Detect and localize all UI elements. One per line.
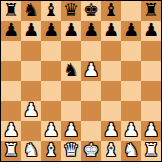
square-g6[interactable] <box>121 41 141 61</box>
piece-black-bishop[interactable]: ♝ <box>43 1 59 20</box>
square-d8[interactable]: ♛ <box>61 1 81 21</box>
piece-black-bishop[interactable]: ♝ <box>103 1 119 20</box>
square-h1[interactable]: ♜ <box>141 141 161 161</box>
square-h8[interactable]: ♜ <box>141 1 161 21</box>
square-a6[interactable] <box>1 41 21 61</box>
piece-black-pawn[interactable]: ♟ <box>3 21 19 40</box>
square-f7[interactable]: ♟ <box>101 21 121 41</box>
square-b5[interactable] <box>21 61 41 81</box>
piece-white-bishop[interactable]: ♝ <box>103 141 119 160</box>
square-b8[interactable]: ♞ <box>21 1 41 21</box>
square-c7[interactable]: ♟ <box>41 21 61 41</box>
square-a2[interactable]: ♟ <box>1 121 21 141</box>
piece-black-pawn[interactable]: ♟ <box>123 21 139 40</box>
square-d3[interactable] <box>61 101 81 121</box>
square-a5[interactable] <box>1 61 21 81</box>
square-a7[interactable]: ♟ <box>1 21 21 41</box>
square-f4[interactable] <box>101 81 121 101</box>
square-b2[interactable] <box>21 121 41 141</box>
piece-black-pawn[interactable]: ♟ <box>143 21 159 40</box>
square-b1[interactable]: ♞ <box>21 141 41 161</box>
square-d1[interactable]: ♛ <box>61 141 81 161</box>
square-e6[interactable] <box>81 41 101 61</box>
square-b3[interactable]: ♟ <box>21 101 41 121</box>
square-h6[interactable] <box>141 41 161 61</box>
chess-board: ♜♞♝♛♚♝♜♟♟♟♟♟♟♟♟♞♟♟♟♟♟♟♟♟♜♞♝♛♚♝♞♜ <box>0 0 162 162</box>
square-g2[interactable]: ♟ <box>121 121 141 141</box>
piece-black-pawn[interactable]: ♟ <box>63 21 79 40</box>
piece-black-pawn[interactable]: ♟ <box>43 21 59 40</box>
piece-black-rook[interactable]: ♜ <box>3 1 19 20</box>
square-h7[interactable]: ♟ <box>141 21 161 41</box>
piece-white-queen[interactable]: ♛ <box>63 141 79 160</box>
square-g7[interactable]: ♟ <box>121 21 141 41</box>
piece-black-pawn[interactable]: ♟ <box>23 21 39 40</box>
square-a4[interactable] <box>1 81 21 101</box>
piece-white-bishop[interactable]: ♝ <box>43 141 59 160</box>
square-g5[interactable] <box>121 61 141 81</box>
square-b6[interactable] <box>21 41 41 61</box>
square-e4[interactable] <box>81 81 101 101</box>
square-a1[interactable]: ♜ <box>1 141 21 161</box>
piece-white-pawn[interactable]: ♟ <box>43 121 59 140</box>
square-f6[interactable] <box>101 41 121 61</box>
piece-white-rook[interactable]: ♜ <box>143 141 159 160</box>
square-e3[interactable] <box>81 101 101 121</box>
piece-white-king[interactable]: ♚ <box>83 141 99 160</box>
square-f1[interactable]: ♝ <box>101 141 121 161</box>
square-f8[interactable]: ♝ <box>101 1 121 21</box>
square-d5[interactable]: ♞ <box>61 61 81 81</box>
square-e2[interactable] <box>81 121 101 141</box>
square-g3[interactable] <box>121 101 141 121</box>
square-h3[interactable] <box>141 101 161 121</box>
square-g1[interactable]: ♞ <box>121 141 141 161</box>
square-c8[interactable]: ♝ <box>41 1 61 21</box>
square-c3[interactable] <box>41 101 61 121</box>
square-f5[interactable] <box>101 61 121 81</box>
piece-white-pawn[interactable]: ♟ <box>83 61 99 80</box>
square-d7[interactable]: ♟ <box>61 21 81 41</box>
square-c4[interactable] <box>41 81 61 101</box>
square-f3[interactable] <box>101 101 121 121</box>
square-b4[interactable] <box>21 81 41 101</box>
square-h4[interactable] <box>141 81 161 101</box>
piece-white-knight[interactable]: ♞ <box>23 141 39 160</box>
square-e8[interactable]: ♚ <box>81 1 101 21</box>
piece-black-knight[interactable]: ♞ <box>23 1 39 20</box>
square-d2[interactable]: ♟ <box>61 121 81 141</box>
square-c1[interactable]: ♝ <box>41 141 61 161</box>
piece-white-pawn[interactable]: ♟ <box>63 121 79 140</box>
piece-black-king[interactable]: ♚ <box>83 1 99 20</box>
piece-white-knight[interactable]: ♞ <box>123 141 139 160</box>
piece-white-pawn[interactable]: ♟ <box>143 121 159 140</box>
square-c6[interactable] <box>41 41 61 61</box>
square-g4[interactable] <box>121 81 141 101</box>
square-h2[interactable]: ♟ <box>141 121 161 141</box>
square-d6[interactable] <box>61 41 81 61</box>
square-g8[interactable] <box>121 1 141 21</box>
square-d4[interactable] <box>61 81 81 101</box>
piece-black-pawn[interactable]: ♟ <box>103 21 119 40</box>
square-e7[interactable]: ♟ <box>81 21 101 41</box>
piece-white-pawn[interactable]: ♟ <box>23 101 39 120</box>
piece-black-queen[interactable]: ♛ <box>63 1 79 20</box>
piece-white-pawn[interactable]: ♟ <box>3 121 19 140</box>
square-c5[interactable] <box>41 61 61 81</box>
square-e1[interactable]: ♚ <box>81 141 101 161</box>
piece-black-knight[interactable]: ♞ <box>63 61 79 80</box>
piece-white-pawn[interactable]: ♟ <box>103 121 119 140</box>
square-e5[interactable]: ♟ <box>81 61 101 81</box>
piece-black-pawn[interactable]: ♟ <box>83 21 99 40</box>
square-b7[interactable]: ♟ <box>21 21 41 41</box>
square-h5[interactable] <box>141 61 161 81</box>
square-c2[interactable]: ♟ <box>41 121 61 141</box>
piece-white-pawn[interactable]: ♟ <box>123 121 139 140</box>
square-f2[interactable]: ♟ <box>101 121 121 141</box>
square-a8[interactable]: ♜ <box>1 1 21 21</box>
piece-black-rook[interactable]: ♜ <box>143 1 159 20</box>
square-a3[interactable] <box>1 101 21 121</box>
piece-white-rook[interactable]: ♜ <box>3 141 19 160</box>
